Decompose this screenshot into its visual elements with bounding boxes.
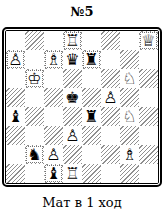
- square-h1: [139, 164, 158, 183]
- square-e5: [82, 88, 101, 107]
- white-pawn-icon: ♙: [46, 147, 60, 163]
- square-h5: [139, 88, 158, 107]
- square-a6: [6, 69, 25, 88]
- puzzle-task-caption: Мат в 1 ход: [0, 195, 164, 210]
- white-king-b6: ♔: [26, 70, 43, 87]
- square-e8: [82, 31, 101, 50]
- square-c1: ♝: [44, 164, 63, 183]
- square-d8: ♖: [63, 31, 82, 50]
- square-f3: [101, 126, 120, 145]
- square-g7: [120, 50, 139, 69]
- square-a8: [6, 31, 25, 50]
- white-pawn-d3: ♙: [64, 127, 81, 144]
- square-e3: [82, 126, 101, 145]
- square-g5: [120, 88, 139, 107]
- black-bishop-icon: ♝: [46, 166, 60, 182]
- black-knight-icon: ♞: [27, 147, 41, 163]
- square-b3: [25, 126, 44, 145]
- white-pawn-c2: ♙: [45, 146, 62, 163]
- black-rook-e4: ♜: [83, 108, 100, 125]
- square-a7: ♙: [6, 50, 25, 69]
- square-a4: ♝: [6, 107, 25, 126]
- white-bishop-c7: ♗: [45, 51, 62, 68]
- square-h7: [139, 50, 158, 69]
- white-knight-icon: ♘: [122, 109, 136, 125]
- square-b2: ♞: [25, 145, 44, 164]
- square-c6: [44, 69, 63, 88]
- square-h4: [139, 107, 158, 126]
- black-queen-icon: ♛: [65, 52, 79, 68]
- black-king-d5: ♚: [64, 89, 81, 106]
- white-bishop-icon: ♗: [122, 147, 136, 163]
- square-d3: ♙: [63, 126, 82, 145]
- white-knight-g4: ♘: [121, 108, 138, 125]
- black-bishop-icon: ♝: [8, 109, 22, 125]
- black-queen-d7: ♛: [64, 51, 81, 68]
- square-f4: [101, 107, 120, 126]
- square-h8: ♕: [139, 31, 158, 50]
- square-d6: [63, 69, 82, 88]
- square-a3: [6, 126, 25, 145]
- white-bishop-g2: ♗: [121, 146, 138, 163]
- square-c5: [44, 88, 63, 107]
- square-f6: [101, 69, 120, 88]
- white-pawn-f5: ♙: [102, 89, 119, 106]
- white-bishop-icon: ♗: [46, 52, 60, 68]
- square-f8: [101, 31, 120, 50]
- black-knight-b2: ♞: [26, 146, 43, 163]
- square-c4: [44, 107, 63, 126]
- square-c7: ♗: [44, 50, 63, 69]
- square-d4: [63, 107, 82, 126]
- square-a2: [6, 145, 25, 164]
- puzzle-number: №5: [0, 0, 164, 27]
- square-e4: ♜: [82, 107, 101, 126]
- square-g1: [120, 164, 139, 183]
- square-e6: [82, 69, 101, 88]
- square-g2: ♗: [120, 145, 139, 164]
- black-king-icon: ♚: [65, 90, 79, 106]
- square-h6: [139, 69, 158, 88]
- square-f1: [101, 164, 120, 183]
- white-pawn-icon: ♙: [8, 52, 22, 68]
- square-d7: ♛: [63, 50, 82, 69]
- square-h2: [139, 145, 158, 164]
- square-g8: [120, 31, 139, 50]
- square-a1: [6, 164, 25, 183]
- square-h3: [139, 126, 158, 145]
- white-pawn-icon: ♙: [65, 128, 79, 144]
- square-f7: [101, 50, 120, 69]
- chess-board: ♖♕♙♗♛♜♔♘♚♙♝♜♘♙♞♙♗♝♖: [6, 31, 158, 183]
- square-c8: [44, 31, 63, 50]
- white-knight-icon: ♘: [122, 71, 136, 87]
- white-pawn-a7: ♙: [7, 51, 24, 68]
- white-king-icon: ♔: [27, 71, 41, 87]
- square-f5: ♙: [101, 88, 120, 107]
- square-g6: ♘: [120, 69, 139, 88]
- square-g3: [120, 126, 139, 145]
- white-knight-g6: ♘: [121, 70, 138, 87]
- white-queen-h8: ♕: [140, 32, 157, 49]
- square-e7: ♜: [82, 50, 101, 69]
- black-rook-icon: ♜: [84, 109, 98, 125]
- white-rook-icon: ♖: [65, 166, 79, 182]
- square-e2: [82, 145, 101, 164]
- black-bishop-c1: ♝: [45, 165, 62, 182]
- black-rook-icon: ♜: [84, 52, 98, 68]
- black-rook-e7: ♜: [83, 51, 100, 68]
- square-b1: [25, 164, 44, 183]
- square-d5: ♚: [63, 88, 82, 107]
- square-d2: [63, 145, 82, 164]
- white-rook-d1: ♖: [64, 165, 81, 182]
- square-b5: [25, 88, 44, 107]
- square-f2: [101, 145, 120, 164]
- square-d1: ♖: [63, 164, 82, 183]
- square-a5: [6, 88, 25, 107]
- square-b6: ♔: [25, 69, 44, 88]
- white-rook-d8: ♖: [64, 32, 81, 49]
- black-bishop-a4: ♝: [7, 108, 24, 125]
- square-b4: [25, 107, 44, 126]
- chess-puzzle-page: №5 ♖♕♙♗♛♜♔♘♚♙♝♜♘♙♞♙♗♝♖ Мат в 1 ход: [0, 0, 164, 220]
- square-e1: [82, 164, 101, 183]
- square-g4: ♘: [120, 107, 139, 126]
- square-b7: [25, 50, 44, 69]
- white-rook-icon: ♖: [65, 33, 79, 49]
- white-queen-icon: ♕: [141, 33, 155, 49]
- square-c3: [44, 126, 63, 145]
- square-c2: ♙: [44, 145, 63, 164]
- square-b8: [25, 31, 44, 50]
- board-frame: ♖♕♙♗♛♜♔♘♚♙♝♜♘♙♞♙♗♝♖: [2, 27, 162, 187]
- white-pawn-icon: ♙: [103, 90, 117, 106]
- board-inner-border: ♖♕♙♗♛♜♔♘♚♙♝♜♘♙♞♙♗♝♖: [5, 30, 159, 184]
